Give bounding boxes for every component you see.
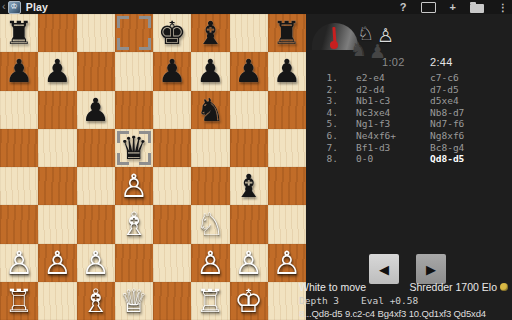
white-queen-d1: ♕ [120,282,149,320]
black-move[interactable]: Bc8-g4 [430,142,486,154]
captured-black-knight-icon: ♞ [350,39,367,59]
analysis-line: 8...Qd8-d5 9.c2-c4 Bg4xf3 10.Qd1xf3 Qd5x… [299,308,508,319]
black-move[interactable]: d7-d5 [430,84,486,96]
square-c8[interactable] [77,14,115,52]
black-rook-a8: ♜ [5,14,34,52]
move-row-4[interactable]: 4.Nc3xe4Nb8-d7 [306,107,476,119]
white-pawn-d4: ♙ [120,167,149,205]
square-d3[interactable]: ♗ [115,205,153,243]
move-number: 4. [306,107,338,119]
white-rook-a1: ♖ [5,282,34,320]
move-forward-button[interactable]: ▶ [416,254,446,284]
last-move-highlight [117,16,151,50]
square-g5[interactable] [230,129,268,167]
black-bishop-g4: ♝ [234,167,263,205]
black-move[interactable]: Nb8-d7 [430,107,486,119]
square-h6[interactable] [268,91,306,129]
square-d7[interactable] [115,52,153,90]
square-g8[interactable] [230,14,268,52]
overflow-menu-icon[interactable]: ⋮ [498,2,508,13]
app-logo-icon: ♔ [8,1,21,14]
white-pawn-b2: ♙ [43,244,72,282]
square-f2[interactable]: ♙ [191,244,229,282]
white-move[interactable]: Ng1-f3 [356,118,430,130]
square-f1[interactable]: ♖ [191,282,229,320]
white-king-g1: ♔ [234,282,263,320]
engine-name: Shredder 1700 Elo [409,281,497,293]
black-pawn-g7: ♟ [234,52,263,90]
square-h3[interactable] [268,205,306,243]
square-b1[interactable] [38,282,76,320]
move-row-3[interactable]: 3.Nb1-c3d5xe4 [306,95,476,107]
square-h8[interactable]: ♜ [268,14,306,52]
square-g6[interactable] [230,91,268,129]
square-b2[interactable]: ♙ [38,244,76,282]
black-move[interactable]: c7-c6 [430,72,486,84]
black-move[interactable]: d5xe4 [430,95,486,107]
square-f8[interactable]: ♝ [191,14,229,52]
add-icon[interactable]: + [450,1,456,13]
square-g2[interactable]: ♙ [230,244,268,282]
square-g3[interactable] [230,205,268,243]
square-a1[interactable]: ♖ [0,282,38,320]
search-depth: Depth 3 [299,295,339,306]
square-d2[interactable] [115,244,153,282]
square-d5[interactable]: ♛ [115,129,153,167]
square-a8[interactable]: ♜ [0,14,38,52]
move-back-button[interactable]: ◀ [369,254,399,284]
gauge-hub-icon [330,41,338,49]
square-e1[interactable] [153,282,191,320]
white-move[interactable]: d2-d4 [356,84,430,96]
move-row-6[interactable]: 6.Ne4xf6+Ng8xf6 [306,130,476,142]
white-rook-f1: ♖ [196,282,225,320]
square-a6[interactable] [0,91,38,129]
move-number: 5. [306,118,338,130]
square-g7[interactable]: ♟ [230,52,268,90]
square-b5[interactable] [38,129,76,167]
clock-right: 2:44 [430,56,453,68]
square-f5[interactable] [191,129,229,167]
board-view-icon[interactable] [421,2,436,13]
black-bishop-f8: ♝ [196,14,225,52]
page-title: Play [26,1,48,13]
move-number: 3. [306,95,338,107]
square-a3[interactable] [0,205,38,243]
white-move[interactable]: Ne4xf6+ [356,130,430,142]
white-bishop-d3: ♗ [120,205,149,243]
square-g1[interactable]: ♔ [230,282,268,320]
square-f6[interactable]: ♞ [191,91,229,129]
black-queen-d5: ♛ [120,129,149,167]
square-d1[interactable]: ♕ [115,282,153,320]
turn-indicator: White to move [299,281,409,293]
move-list[interactable]: 1.e2-e4c7-c62.d2-d4d7-d53.Nb1-c3d5xe44.N… [306,72,476,165]
black-rook-h8: ♜ [273,14,302,52]
black-pawn-a7: ♟ [5,52,34,90]
move-number: 8. [306,153,338,165]
side-panel: ♘♙♞♟ 1:02 2:44 1.e2-e4c7-c62.d2-d4d7-d53… [306,14,512,320]
white-pawn-c2: ♙ [81,244,110,282]
top-bar: ‹ ♔ Play ? + ⋮ [0,0,512,14]
clock-left: 1:02 [382,56,405,68]
square-g4[interactable]: ♝ [230,167,268,205]
eval-score: Eval +0.58 [361,295,418,306]
black-move[interactable]: Ng8xf6 [430,130,486,142]
square-d4[interactable]: ♙ [115,167,153,205]
black-pawn-h7: ♟ [273,52,302,90]
square-h2[interactable]: ♙ [268,244,306,282]
white-move[interactable]: 0-0 [356,153,430,165]
black-pawn-b7: ♟ [43,52,72,90]
white-pawn-a2: ♙ [5,244,34,282]
square-c3[interactable] [77,205,115,243]
square-e5[interactable] [153,129,191,167]
status-area: White to move Shredder 1700 Elo Depth 3E… [299,281,508,319]
move-number: 7. [306,142,338,154]
square-b4[interactable] [38,167,76,205]
move-number: 2. [306,84,338,96]
chess-board[interactable]: ♜♚♝♜♟♟♟♟♟♟♟♞♛♙♝♗♘♙♙♙♙♙♙♖♗♕♖♔ [0,14,306,320]
square-c1[interactable]: ♗ [77,282,115,320]
white-move[interactable]: Nb1-c3 [356,95,430,107]
square-e2[interactable] [153,244,191,282]
square-a4[interactable] [0,167,38,205]
square-d8[interactable] [115,14,153,52]
move-row-1[interactable]: 1.e2-e4c7-c6 [306,72,476,84]
engine-status-icon [500,283,508,291]
white-pawn-f2: ♙ [196,244,225,282]
square-a2[interactable]: ♙ [0,244,38,282]
square-c2[interactable]: ♙ [77,244,115,282]
square-e6[interactable] [153,91,191,129]
black-knight-f6: ♞ [196,91,225,129]
white-pawn-g2: ♙ [234,244,263,282]
square-a7[interactable]: ♟ [0,52,38,90]
square-e8[interactable]: ♚ [153,14,191,52]
white-move[interactable]: e2-e4 [356,72,430,84]
square-f3[interactable]: ♘ [191,205,229,243]
black-pawn-c6: ♟ [81,91,110,129]
square-d6[interactable] [115,91,153,129]
white-knight-f3: ♘ [196,205,225,243]
square-h5[interactable] [268,129,306,167]
square-f4[interactable] [191,167,229,205]
square-c6[interactable]: ♟ [77,91,115,129]
black-move[interactable]: Qd8-d5 [430,153,486,165]
black-pawn-f7: ♟ [196,52,225,90]
white-move[interactable]: Nc3xe4 [356,107,430,119]
back-icon[interactable]: ‹ [2,1,6,12]
move-row-7[interactable]: 7.Bf1-d3Bc8-g4 [306,142,476,154]
square-a5[interactable] [0,129,38,167]
square-c7[interactable] [77,52,115,90]
square-f7[interactable]: ♟ [191,52,229,90]
square-b8[interactable] [38,14,76,52]
square-e3[interactable] [153,205,191,243]
square-b7[interactable]: ♟ [38,52,76,90]
help-icon[interactable]: ? [400,1,407,13]
app-screen: ‹ ♔ Play ? + ⋮ ♜♚♝♜♟♟♟♟♟♟♟♞♛♙♝♗♘♙♙♙♙♙♙♖♗… [0,0,512,320]
move-row-5[interactable]: 5.Ng1-f3Nd7-f6 [306,118,476,130]
white-bishop-c1: ♗ [81,282,110,320]
black-pawn-e7: ♟ [158,52,187,90]
move-row-8[interactable]: 8.0-0Qd8-d5 [306,153,476,165]
square-e4[interactable] [153,167,191,205]
black-king-e8: ♚ [158,14,187,52]
black-move[interactable]: Nd7-f6 [430,118,486,130]
square-h7[interactable]: ♟ [268,52,306,90]
white-pawn-h2: ♙ [273,244,302,282]
square-h4[interactable] [268,167,306,205]
move-row-2[interactable]: 2.d2-d4d7-d5 [306,84,476,96]
square-b3[interactable] [38,205,76,243]
move-number: 6. [306,130,338,142]
square-c4[interactable] [77,167,115,205]
square-e7[interactable]: ♟ [153,52,191,90]
open-folder-icon[interactable] [470,4,484,13]
white-move[interactable]: Bf1-d3 [356,142,430,154]
square-c5[interactable] [77,129,115,167]
square-b6[interactable] [38,91,76,129]
move-number: 1. [306,72,338,84]
